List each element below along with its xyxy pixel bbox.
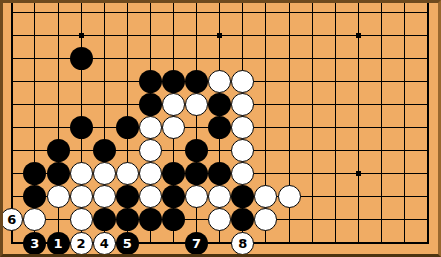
black-stone <box>162 162 185 185</box>
black-stone <box>185 162 208 185</box>
white-stone <box>208 70 231 93</box>
move-stone-8: 8 <box>231 232 254 255</box>
white-stone <box>231 70 254 93</box>
grid-line-v-16 <box>381 3 382 244</box>
black-stone <box>47 162 70 185</box>
black-stone <box>139 208 162 231</box>
go-board-diagram: 63124578 <box>0 0 441 257</box>
white-stone <box>93 162 116 185</box>
black-stone <box>185 139 208 162</box>
black-stone <box>162 208 185 231</box>
black-stone <box>116 116 139 139</box>
white-stone <box>93 185 116 208</box>
white-stone <box>139 139 162 162</box>
move-stone-3: 3 <box>23 232 46 255</box>
black-stone <box>185 70 208 93</box>
white-stone <box>231 139 254 162</box>
star-point <box>217 33 222 38</box>
white-stone <box>185 93 208 116</box>
white-stone <box>139 162 162 185</box>
move-stone-1: 1 <box>47 232 70 255</box>
grid-line-v-17 <box>404 3 405 244</box>
white-stone <box>208 208 231 231</box>
white-stone <box>23 208 46 231</box>
black-stone <box>70 47 93 70</box>
black-stone <box>231 208 254 231</box>
white-stone <box>231 116 254 139</box>
white-stone <box>231 93 254 116</box>
white-stone <box>70 162 93 185</box>
white-stone <box>47 185 70 208</box>
white-stone <box>70 208 93 231</box>
move-stone-7: 7 <box>185 232 208 255</box>
move-stone-6: 6 <box>0 208 23 231</box>
grid-line-v-15 <box>358 3 359 244</box>
black-stone <box>93 208 116 231</box>
black-stone <box>208 93 231 116</box>
white-stone <box>254 185 277 208</box>
black-stone <box>231 185 254 208</box>
black-stone <box>116 185 139 208</box>
grid-line-h-0 <box>12 12 429 13</box>
black-stone <box>116 208 139 231</box>
move-stone-4: 4 <box>93 232 116 255</box>
white-stone <box>139 116 162 139</box>
black-stone <box>70 116 93 139</box>
grid-line-v-13 <box>312 3 313 244</box>
white-stone <box>231 162 254 185</box>
black-stone <box>23 162 46 185</box>
black-stone <box>162 70 185 93</box>
grid-line-v-18 <box>427 3 429 244</box>
black-stone <box>139 70 162 93</box>
star-point <box>356 33 361 38</box>
white-stone <box>139 185 162 208</box>
white-stone <box>278 185 301 208</box>
go-board-grid: 63124578 <box>3 3 438 254</box>
black-stone <box>47 139 70 162</box>
move-stone-5: 5 <box>116 232 139 255</box>
black-stone <box>93 139 116 162</box>
star-point <box>356 171 361 176</box>
white-stone <box>116 162 139 185</box>
white-stone <box>185 185 208 208</box>
black-stone <box>139 93 162 116</box>
move-stone-2: 2 <box>70 232 93 255</box>
white-stone <box>208 185 231 208</box>
black-stone <box>23 185 46 208</box>
black-stone <box>208 162 231 185</box>
white-stone <box>162 116 185 139</box>
white-stone <box>162 93 185 116</box>
grid-line-h-6 <box>12 150 429 151</box>
black-stone <box>208 116 231 139</box>
white-stone <box>70 185 93 208</box>
black-stone <box>162 185 185 208</box>
star-point <box>79 33 84 38</box>
grid-line-v-14 <box>335 3 336 244</box>
white-stone <box>254 208 277 231</box>
